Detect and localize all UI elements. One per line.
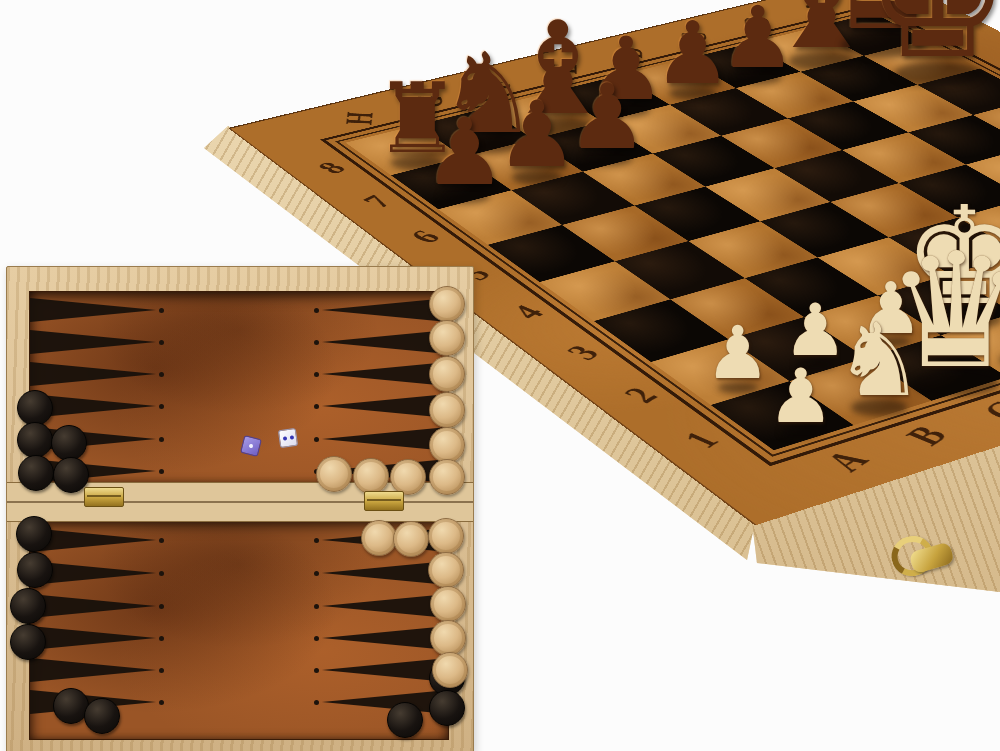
backgammon-checker-light[interactable] — [393, 521, 429, 557]
point-tip-dot — [159, 340, 164, 345]
point-tip-dot — [159, 571, 164, 576]
backgammon-checker-light[interactable] — [432, 652, 468, 688]
point-tip-dot — [159, 404, 164, 409]
backgammon-checker-light[interactable] — [429, 392, 465, 428]
point-tip-dot — [159, 538, 164, 543]
coordinate-label-7: 7 — [354, 191, 401, 211]
point-tip-dot — [314, 437, 319, 442]
point-tip-dot — [314, 636, 319, 641]
backgammon-checker-light[interactable] — [429, 459, 465, 495]
backgammon-top-half — [29, 291, 449, 484]
backgammon-checker-dark[interactable] — [17, 390, 53, 426]
backgammon-point-left-3[interactable] — [30, 362, 156, 386]
point-tip-dot — [159, 668, 164, 673]
point-tip-dot — [314, 340, 319, 345]
backgammon-checker-light[interactable] — [430, 620, 466, 656]
point-tip-dot — [314, 700, 319, 705]
backgammon-checker-light[interactable] — [353, 458, 389, 494]
die-pip — [289, 435, 294, 440]
coordinate-label-B: B — [895, 420, 959, 451]
backgammon-checker-light[interactable] — [429, 356, 465, 392]
piece-light-bishop-e1[interactable]: ♝ — [979, 249, 1000, 365]
point-tip-dot — [159, 308, 164, 313]
point-tip-dot — [159, 700, 164, 705]
backgammon-checker-light[interactable] — [428, 518, 464, 554]
backgammon-checker-light[interactable] — [429, 427, 465, 463]
backgammon-checker-dark[interactable] — [429, 690, 465, 726]
coordinate-label-6: 6 — [401, 226, 449, 247]
piece-light-pawn-h1[interactable]: ♟ — [767, 360, 834, 435]
backgammon-point-left-5[interactable] — [30, 658, 156, 682]
backgammon-checker-light[interactable] — [316, 456, 352, 492]
coordinate-label-8: 8 — [309, 158, 354, 177]
backgammon-checker-light[interactable] — [428, 552, 464, 588]
backgammon-point-left-2[interactable] — [30, 330, 156, 354]
backgammon-checker-dark[interactable] — [53, 457, 89, 493]
backgammon-checker-dark[interactable] — [10, 588, 46, 624]
coordinate-label-4: 4 — [503, 301, 554, 324]
backgammon-point-right-3[interactable] — [322, 594, 448, 618]
backgammon-checker-dark[interactable] — [51, 425, 87, 461]
point-tip-dot — [159, 636, 164, 641]
backgammon-checker-dark[interactable] — [10, 624, 46, 660]
coordinate-label-3: 3 — [557, 341, 609, 365]
backgammon-checker-dark[interactable] — [18, 455, 54, 491]
piece-dark-pawn-f7[interactable]: ♟ — [567, 72, 648, 162]
point-tip-dot — [159, 604, 164, 609]
backgammon-checker-light[interactable] — [429, 286, 465, 322]
backgammon-point-left-1[interactable] — [30, 298, 156, 322]
coordinate-label-1: 1 — [674, 426, 730, 453]
point-tip-dot — [314, 668, 319, 673]
die-pip — [249, 444, 254, 449]
backgammon-checker-dark[interactable] — [387, 702, 423, 738]
point-tip-dot — [314, 538, 319, 543]
point-tip-dot — [159, 437, 164, 442]
backgammon-case — [6, 266, 474, 751]
point-tip-dot — [314, 571, 319, 576]
piece-light-pawn-h2[interactable]: ♟ — [705, 317, 770, 390]
backgammon-checker-light[interactable] — [429, 320, 465, 356]
point-tip-dot — [314, 404, 319, 409]
coordinate-label-A: A — [814, 445, 879, 478]
backgammon-checker-dark[interactable] — [84, 698, 120, 734]
point-tip-dot — [159, 372, 164, 377]
backgammon-point-left-3[interactable] — [30, 594, 156, 618]
piece-dark-king-a7[interactable]: ♚ — [866, 0, 1000, 81]
backgammon-checker-light[interactable] — [361, 520, 397, 556]
product-photo-stage: HGFEDCBA87654321ABCDEFGH ♜♞♝♟♟♟♝♛♚♟♟♟♟♟♟… — [0, 0, 1000, 751]
backgammon-checker-light[interactable] — [390, 459, 426, 495]
backgammon-checker-dark[interactable] — [17, 422, 53, 458]
point-tip-dot — [159, 469, 164, 474]
die-white[interactable] — [278, 428, 298, 448]
backgammon-checker-light[interactable] — [430, 586, 466, 622]
coordinate-label-2: 2 — [614, 382, 668, 408]
backgammon-checker-dark[interactable] — [17, 552, 53, 588]
piece-dark-pawn-g7[interactable]: ♟ — [496, 90, 578, 181]
piece-dark-pawn-h7[interactable]: ♟ — [424, 107, 507, 199]
point-tip-dot — [314, 308, 319, 313]
backgammon-checker-dark[interactable] — [16, 516, 52, 552]
point-tip-dot — [314, 604, 319, 609]
backgammon-point-left-4[interactable] — [30, 626, 156, 650]
die-pip — [282, 436, 287, 441]
point-tip-dot — [314, 372, 319, 377]
